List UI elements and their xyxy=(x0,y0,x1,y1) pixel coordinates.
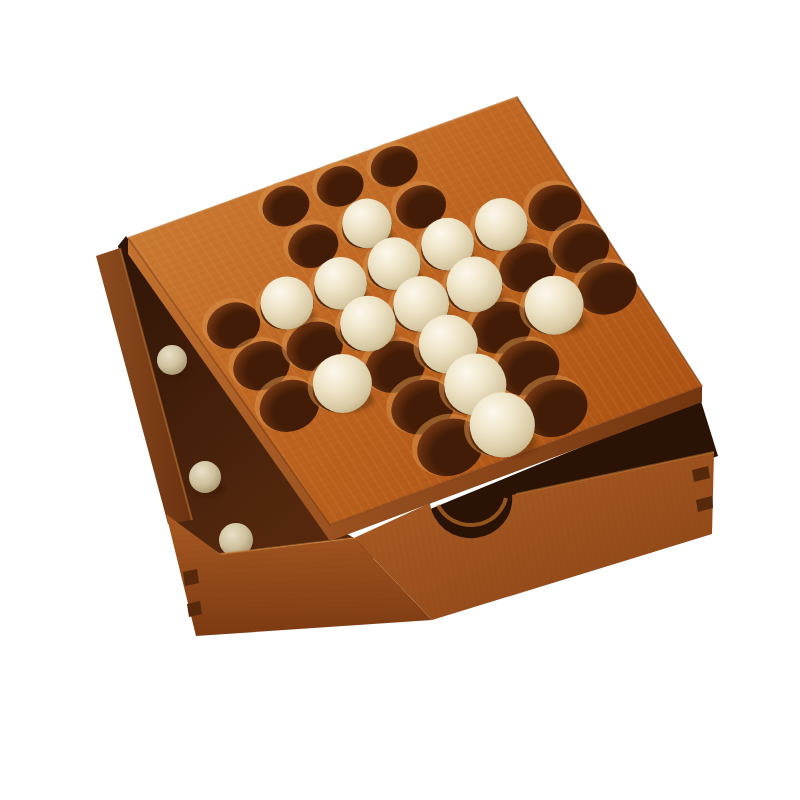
peg-solitaire-scene xyxy=(0,0,800,800)
product-photo-canvas xyxy=(0,0,800,800)
finger-joint-left-1 xyxy=(183,569,199,586)
